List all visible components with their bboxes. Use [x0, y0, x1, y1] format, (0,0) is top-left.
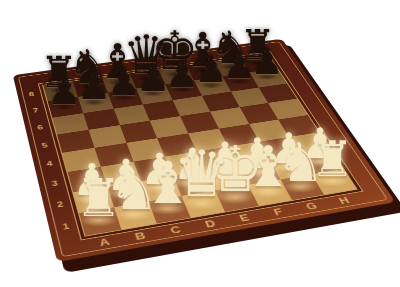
- file-label-h: H: [325, 193, 363, 208]
- file-label-g: G: [293, 198, 331, 213]
- rank-label-3: 3: [49, 173, 60, 194]
- rank-label-7: 7: [31, 102, 41, 119]
- rank-label-8: 8: [27, 86, 36, 102]
- chess-set-photo: 87654321 ABCDEFGH ♜♞♝♚♟♛♟♝♟♞♟♜♟♟♟♟♟♟♟♟♜♟…: [0, 0, 400, 287]
- rank-label-6: 6: [35, 119, 45, 137]
- rank-label-2: 2: [54, 193, 66, 215]
- file-label-a: A: [85, 234, 124, 251]
- file-label-d: D: [191, 216, 230, 232]
- rank-label-5: 5: [40, 136, 50, 155]
- chess-board: 87654321 ABCDEFGH: [13, 39, 396, 262]
- rank-label-1: 1: [60, 215, 72, 239]
- file-label-b: B: [121, 228, 160, 244]
- file-label-f: F: [259, 204, 298, 219]
- file-label-c: C: [157, 222, 196, 238]
- file-label-e: E: [226, 210, 265, 226]
- rank-label-4: 4: [44, 154, 55, 174]
